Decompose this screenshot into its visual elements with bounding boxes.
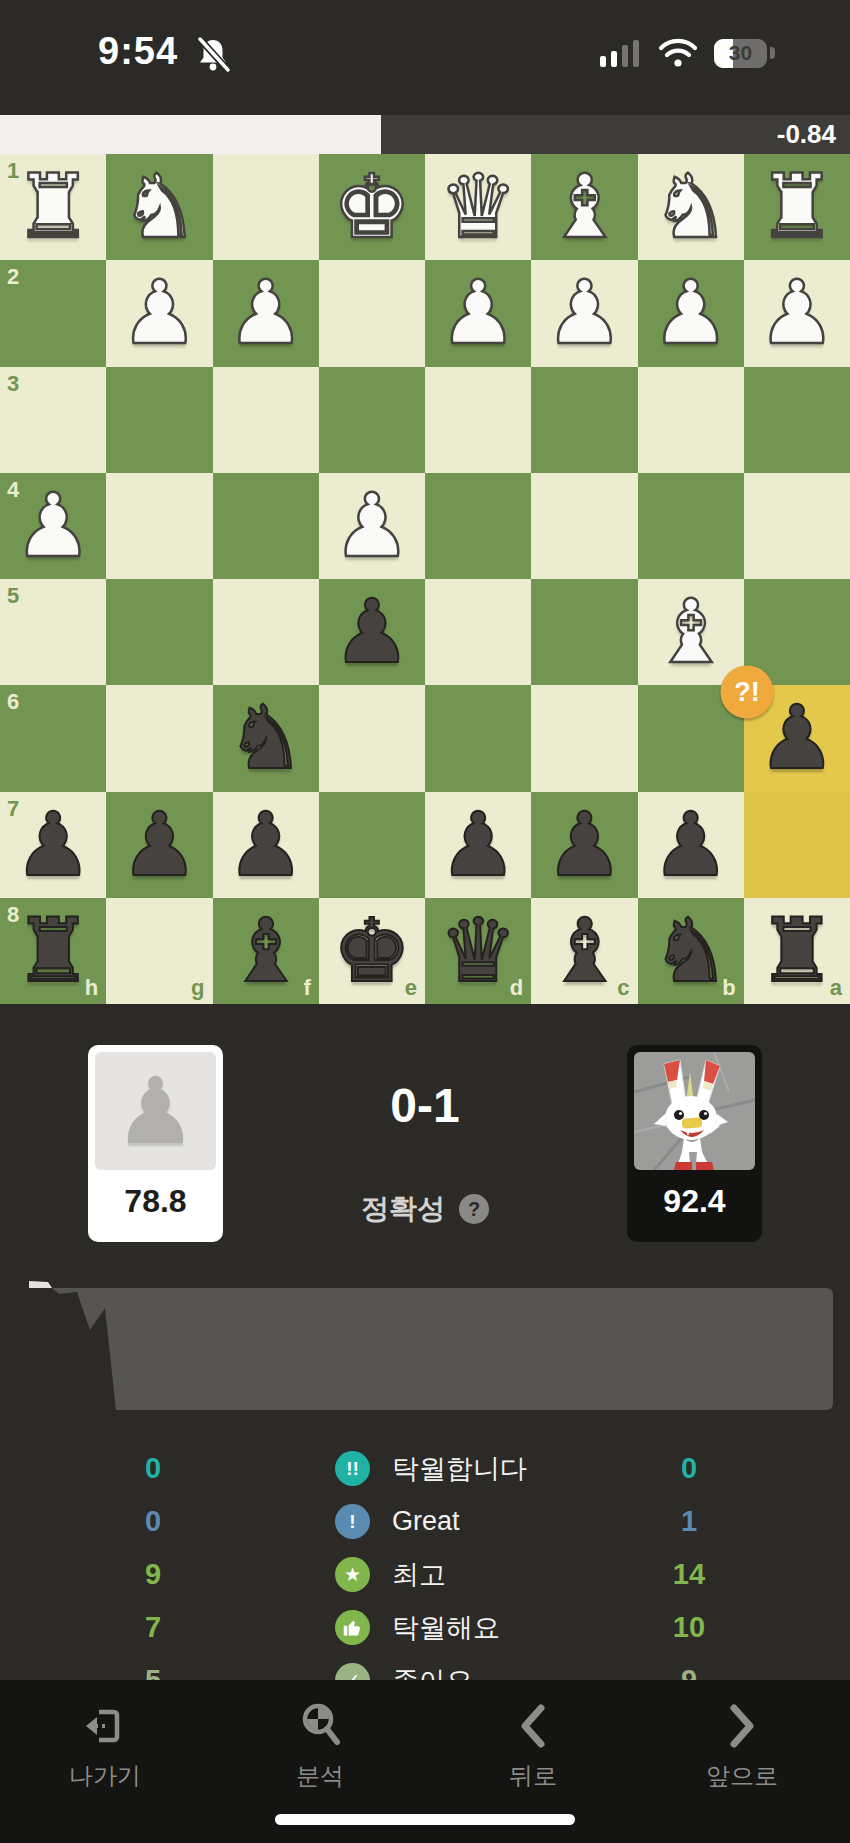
back-chevron-icon xyxy=(453,1698,613,1750)
square-g4[interactable] xyxy=(106,473,212,579)
black-knight[interactable]: ♞ xyxy=(213,685,319,791)
square-h3[interactable]: 3 xyxy=(0,367,106,473)
notifications-off-icon xyxy=(196,36,230,78)
white-pawn[interactable]: ♟ xyxy=(638,260,744,366)
square-d1[interactable]: ♛ xyxy=(425,154,531,260)
black-great-count: 1 xyxy=(653,1495,725,1548)
wifi-icon xyxy=(658,38,698,68)
white-rook[interactable]: ♜ xyxy=(0,154,106,260)
black-best-count: 14 xyxy=(653,1548,725,1601)
chess-board: 1♜♞♚♛♝♞♜2♟♟♟♟♟♟34♟♟5♟♝6♞♟7♟♟♟♟♟♟8h♜gf♝e♚… xyxy=(0,154,850,1004)
white-bishop[interactable]: ♝ xyxy=(638,579,744,685)
square-g2[interactable]: ♟ xyxy=(106,260,212,366)
square-d8[interactable]: d♛ xyxy=(425,898,531,1004)
black-king[interactable]: ♚ xyxy=(319,898,425,1004)
black-brilliant-count: 0 xyxy=(653,1442,725,1495)
square-d2[interactable]: ♟ xyxy=(425,260,531,366)
square-d5[interactable] xyxy=(425,579,531,685)
great-label: Great xyxy=(392,1495,460,1548)
excellent-thumbsup-icon xyxy=(335,1610,370,1645)
square-a1[interactable]: ♜ xyxy=(744,154,850,260)
black-bishop[interactable]: ♝ xyxy=(213,898,319,1004)
black-queen[interactable]: ♛ xyxy=(425,898,531,1004)
white-pawn[interactable]: ♟ xyxy=(425,260,531,366)
square-c3[interactable] xyxy=(531,367,637,473)
battery-percent: 30 xyxy=(714,39,767,68)
evaluation-white-portion xyxy=(0,115,381,154)
evaluation-bar: -0.84 xyxy=(0,115,850,154)
square-a3[interactable] xyxy=(744,367,850,473)
white-great-count: 0 xyxy=(117,1495,189,1548)
inaccuracy-badge: ?! xyxy=(721,666,774,719)
square-c5[interactable] xyxy=(531,579,637,685)
accuracy-row: 정확성 ? xyxy=(223,1190,627,1228)
square-e8[interactable]: e♚ xyxy=(319,898,425,1004)
black-rook[interactable]: ♜ xyxy=(744,898,850,1004)
white-player-card[interactable]: ♟ 78.8 xyxy=(88,1045,223,1242)
black-excellent-count: 10 xyxy=(653,1601,725,1654)
square-c7[interactable]: ♟ xyxy=(531,792,637,898)
square-b3[interactable] xyxy=(638,367,744,473)
stat-row-brilliant: 0 !! 탁월합니다 0 xyxy=(0,1442,850,1495)
analysis-label: 분석 xyxy=(240,1760,400,1792)
stat-row-excellent: 7 탁월해요 10 xyxy=(0,1601,850,1654)
white-brilliant-count: 0 xyxy=(117,1442,189,1495)
exit-button[interactable]: 나가기 xyxy=(25,1698,185,1792)
square-c2[interactable]: ♟ xyxy=(531,260,637,366)
square-f2[interactable]: ♟ xyxy=(213,260,319,366)
analysis-button[interactable]: 분석 xyxy=(240,1698,400,1792)
white-knight[interactable]: ♞ xyxy=(106,154,212,260)
square-d3[interactable] xyxy=(425,367,531,473)
square-e4[interactable]: ♟ xyxy=(319,473,425,579)
chess-app-screen: 9:54 30 xyxy=(0,0,850,1843)
accuracy-label: 정확성 xyxy=(361,1190,445,1228)
rank-label: 2 xyxy=(7,264,19,290)
square-f3[interactable] xyxy=(213,367,319,473)
black-player-card[interactable]: 92.4 xyxy=(627,1045,762,1242)
rank-label: 5 xyxy=(7,583,19,609)
scorbunny-avatar-image xyxy=(634,1052,755,1170)
square-g3[interactable] xyxy=(106,367,212,473)
back-label: 뒤로 xyxy=(453,1760,613,1792)
forward-label: 앞으로 xyxy=(662,1760,822,1792)
great-icon: ! xyxy=(335,1504,370,1539)
square-g8[interactable]: g xyxy=(106,898,212,1004)
white-king[interactable]: ♚ xyxy=(319,154,425,260)
best-star-icon: ★ xyxy=(335,1557,370,1592)
square-e6[interactable] xyxy=(319,685,425,791)
square-f5[interactable] xyxy=(213,579,319,685)
best-label: 최고 xyxy=(392,1548,446,1601)
signal-icon xyxy=(600,40,642,67)
square-e1[interactable]: ♚ xyxy=(319,154,425,260)
white-pawn[interactable]: ♟ xyxy=(0,473,106,579)
square-h4[interactable]: 4♟ xyxy=(0,473,106,579)
square-b4[interactable] xyxy=(638,473,744,579)
square-c4[interactable] xyxy=(531,473,637,579)
square-f1[interactable] xyxy=(213,154,319,260)
brilliant-icon: !! xyxy=(335,1451,370,1486)
square-c6[interactable] xyxy=(531,685,637,791)
rank-label: 3 xyxy=(7,371,19,397)
black-pawn[interactable]: ♟ xyxy=(531,792,637,898)
square-f4[interactable] xyxy=(213,473,319,579)
back-button[interactable]: 뒤로 xyxy=(453,1698,613,1792)
square-d6[interactable] xyxy=(425,685,531,791)
black-avatar xyxy=(634,1052,755,1170)
square-d7[interactable]: ♟ xyxy=(425,792,531,898)
square-b7[interactable]: ♟ xyxy=(638,792,744,898)
exit-label: 나가기 xyxy=(25,1760,185,1792)
square-e5[interactable]: ♟ xyxy=(319,579,425,685)
square-h5[interactable]: 5 xyxy=(0,579,106,685)
square-h2[interactable]: 2 xyxy=(0,260,106,366)
square-h7[interactable]: 7♟ xyxy=(0,792,106,898)
square-c8[interactable]: c♝ xyxy=(531,898,637,1004)
square-c1[interactable]: ♝ xyxy=(531,154,637,260)
black-bishop[interactable]: ♝ xyxy=(531,898,637,1004)
square-h8[interactable]: 8h♜ xyxy=(0,898,106,1004)
battery-nub xyxy=(770,47,775,59)
black-knight[interactable]: ♞ xyxy=(638,898,744,1004)
square-f8[interactable]: f♝ xyxy=(213,898,319,1004)
white-pawn[interactable]: ♟ xyxy=(744,260,850,366)
white-pawn[interactable]: ♟ xyxy=(106,260,212,366)
black-pawn[interactable]: ♟ xyxy=(638,792,744,898)
battery-icon: 30 xyxy=(714,39,767,68)
white-avatar: ♟ xyxy=(95,1052,216,1170)
square-a8[interactable]: a♜ xyxy=(744,898,850,1004)
pawn-icon: ♟ xyxy=(95,1052,216,1170)
help-icon[interactable]: ? xyxy=(459,1194,489,1224)
white-pawn[interactable]: ♟ xyxy=(531,260,637,366)
square-h1[interactable]: 1♜ xyxy=(0,154,106,260)
square-a7[interactable] xyxy=(744,792,850,898)
analysis-icon xyxy=(240,1698,400,1750)
square-f6[interactable]: ♞ xyxy=(213,685,319,791)
stat-row-great: 0 ! Great 1 xyxy=(0,1495,850,1548)
square-b2[interactable]: ♟ xyxy=(638,260,744,366)
white-excellent-count: 7 xyxy=(117,1601,189,1654)
square-a4[interactable] xyxy=(744,473,850,579)
square-d4[interactable] xyxy=(425,473,531,579)
white-rook[interactable]: ♜ xyxy=(744,154,850,260)
exit-icon xyxy=(25,1698,185,1750)
evaluation-graph[interactable] xyxy=(17,1281,833,1413)
white-knight[interactable]: ♞ xyxy=(638,154,744,260)
white-bishop[interactable]: ♝ xyxy=(531,154,637,260)
square-h6[interactable]: 6 xyxy=(0,685,106,791)
status-bar: 9:54 30 xyxy=(0,0,850,115)
black-pawn[interactable]: ♟ xyxy=(106,792,212,898)
square-b8[interactable]: b♞ xyxy=(638,898,744,1004)
square-a2[interactable]: ♟ xyxy=(744,260,850,366)
square-b5[interactable]: ♝ xyxy=(638,579,744,685)
white-queen[interactable]: ♛ xyxy=(425,154,531,260)
white-best-count: 9 xyxy=(117,1548,189,1601)
square-g1[interactable]: ♞ xyxy=(106,154,212,260)
brilliant-label: 탁월합니다 xyxy=(392,1442,527,1495)
white-accuracy: 78.8 xyxy=(88,1183,223,1220)
game-result: 0-1 xyxy=(223,1078,627,1133)
stat-row-best: 9 ★ 최고 14 xyxy=(0,1548,850,1601)
black-pawn[interactable]: ♟ xyxy=(213,792,319,898)
square-g6[interactable] xyxy=(106,685,212,791)
square-g7[interactable]: ♟ xyxy=(106,792,212,898)
forward-button[interactable]: 앞으로 xyxy=(662,1698,822,1792)
black-accuracy: 92.4 xyxy=(627,1183,762,1220)
status-icons: 30 xyxy=(600,38,775,68)
white-pawn[interactable]: ♟ xyxy=(213,260,319,366)
square-e7[interactable] xyxy=(319,792,425,898)
black-pawn[interactable]: ♟ xyxy=(0,792,106,898)
forward-chevron-icon xyxy=(662,1698,822,1750)
home-indicator[interactable] xyxy=(275,1814,575,1825)
square-f7[interactable]: ♟ xyxy=(213,792,319,898)
white-pawn[interactable]: ♟ xyxy=(319,473,425,579)
excellent-label: 탁월해요 xyxy=(392,1601,500,1654)
black-rook[interactable]: ♜ xyxy=(0,898,106,1004)
square-g5[interactable] xyxy=(106,579,212,685)
clock: 9:54 xyxy=(98,30,178,73)
square-e3[interactable] xyxy=(319,367,425,473)
black-pawn[interactable]: ♟ xyxy=(319,579,425,685)
file-label: g xyxy=(191,975,204,1001)
square-e2[interactable] xyxy=(319,260,425,366)
black-pawn[interactable]: ♟ xyxy=(425,792,531,898)
evaluation-score: -0.84 xyxy=(777,115,836,154)
square-b1[interactable]: ♞ xyxy=(638,154,744,260)
rank-label: 6 xyxy=(7,689,19,715)
